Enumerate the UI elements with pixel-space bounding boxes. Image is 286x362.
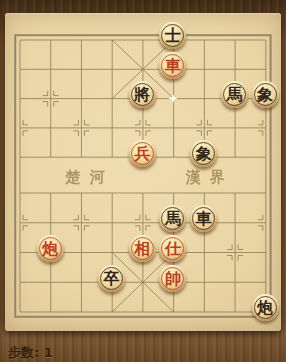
piece-black-車-6-6[interactable]: 車: [190, 205, 217, 232]
move-count-label: 步数: 1: [8, 344, 53, 362]
piece-black-將-4-2[interactable]: 將: [129, 81, 156, 108]
piece-layer: 士車將馬象兵象馬車炮相仕卒帥炮: [4, 25, 280, 327]
piece-red-兵-4-4[interactable]: 兵: [129, 140, 156, 167]
piece-black-象-6-4[interactable]: 象: [190, 140, 217, 167]
piece-red-炮-1-7[interactable]: 炮: [37, 235, 64, 262]
piece-black-馬-5-6[interactable]: 馬: [159, 205, 186, 232]
piece-red-車-5-1[interactable]: 車: [159, 52, 186, 79]
piece-red-相-4-7[interactable]: 相: [129, 235, 156, 262]
piece-black-炮-8-9[interactable]: 炮: [252, 294, 279, 321]
piece-black-卒-3-8[interactable]: 卒: [98, 265, 125, 292]
last-move-sparkle-icon: [168, 94, 177, 103]
piece-black-馬-7-2[interactable]: 馬: [221, 81, 248, 108]
piece-red-帥-5-8[interactable]: 帥: [159, 265, 186, 292]
piece-black-象-8-2[interactable]: 象: [252, 81, 279, 108]
piece-red-仕-5-7[interactable]: 仕: [159, 235, 186, 262]
xiangqi-app-window: 楚河 漢界 士車將馬象兵象馬車炮相仕卒帥炮 步数: 1: [0, 0, 286, 362]
piece-black-士-5-0[interactable]: 士: [159, 22, 186, 49]
xiangqi-board: 楚河 漢界 士車將馬象兵象馬車炮相仕卒帥炮: [5, 13, 281, 331]
